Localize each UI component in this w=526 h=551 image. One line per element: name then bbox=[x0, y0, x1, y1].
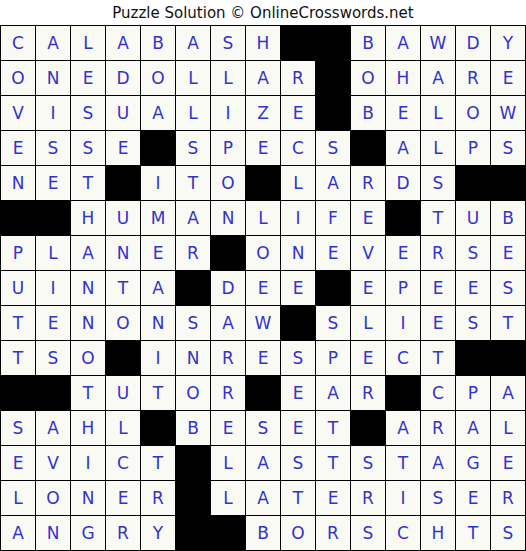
black-cell-r6c12 bbox=[386, 201, 420, 235]
letter-cell-r12c6: B bbox=[176, 411, 210, 445]
letter-cell-r9c11: L bbox=[351, 306, 385, 340]
letter-cell-r6c8: L bbox=[246, 201, 280, 235]
letter-cell-r15c1: A bbox=[1, 516, 35, 550]
letter-cell-r8c2: I bbox=[36, 271, 70, 305]
letter-cell-r7c4: N bbox=[106, 236, 140, 270]
letter-cell-r13c8: A bbox=[246, 446, 280, 480]
black-cell-r1c9 bbox=[281, 26, 315, 60]
letter-cell-r7c6: R bbox=[176, 236, 210, 270]
letter-cell-r11c7: R bbox=[211, 376, 245, 410]
letter-cell-r13c14: G bbox=[456, 446, 490, 480]
letter-cell-r13c5: T bbox=[141, 446, 175, 480]
letter-cell-r6c3: H bbox=[71, 201, 105, 235]
black-cell-r10c4 bbox=[106, 341, 140, 375]
letter-cell-r3c15: W bbox=[491, 96, 525, 130]
black-cell-r11c8 bbox=[246, 376, 280, 410]
letter-cell-r15c10: R bbox=[316, 516, 350, 550]
letter-cell-r15c5: Y bbox=[141, 516, 175, 550]
letter-cell-r2c11: O bbox=[351, 61, 385, 95]
letter-cell-r10c13: T bbox=[421, 341, 455, 375]
letter-cell-r10c9: S bbox=[281, 341, 315, 375]
letter-cell-r7c8: O bbox=[246, 236, 280, 270]
letter-cell-r11c11: R bbox=[351, 376, 385, 410]
letter-cell-r4c10: S bbox=[316, 131, 350, 165]
letter-cell-r9c2: E bbox=[36, 306, 70, 340]
letter-cell-r3c8: Z bbox=[246, 96, 280, 130]
letter-cell-r5c2: E bbox=[36, 166, 70, 200]
letter-cell-r14c10: E bbox=[316, 481, 350, 515]
letter-cell-r8c15: S bbox=[491, 271, 525, 305]
letter-cell-r13c4: C bbox=[106, 446, 140, 480]
letter-cell-r6c15: B bbox=[491, 201, 525, 235]
black-cell-r5c14 bbox=[456, 166, 490, 200]
letter-cell-r14c5: R bbox=[141, 481, 175, 515]
letter-cell-r10c2: S bbox=[36, 341, 70, 375]
letter-cell-r12c8: S bbox=[246, 411, 280, 445]
letter-cell-r12c12: A bbox=[386, 411, 420, 445]
black-cell-r9c9 bbox=[281, 306, 315, 340]
letter-cell-r12c15: L bbox=[491, 411, 525, 445]
letter-cell-r8c1: U bbox=[1, 271, 35, 305]
letter-cell-r1c7: S bbox=[211, 26, 245, 60]
letter-cell-r9c12: I bbox=[386, 306, 420, 340]
letter-cell-r7c11: V bbox=[351, 236, 385, 270]
crossword-grid: CALABASHBAWDYONEDOLLAROHAREVISUALIZEBELO… bbox=[0, 25, 526, 551]
letter-cell-r6c5: M bbox=[141, 201, 175, 235]
letter-cell-r7c13: R bbox=[421, 236, 455, 270]
letter-cell-r10c10: P bbox=[316, 341, 350, 375]
letter-cell-r5c1: N bbox=[1, 166, 35, 200]
letter-cell-r4c7: P bbox=[211, 131, 245, 165]
letter-cell-r7c9: N bbox=[281, 236, 315, 270]
letter-cell-r11c10: A bbox=[316, 376, 350, 410]
letter-cell-r10c5: I bbox=[141, 341, 175, 375]
letter-cell-r1c4: A bbox=[106, 26, 140, 60]
black-cell-r2c10 bbox=[316, 61, 350, 95]
letter-cell-r7c5: E bbox=[141, 236, 175, 270]
black-cell-r6c1 bbox=[1, 201, 35, 235]
letter-cell-r2c7: L bbox=[211, 61, 245, 95]
letter-cell-r10c1: T bbox=[1, 341, 35, 375]
letter-cell-r11c3: T bbox=[71, 376, 105, 410]
letter-cell-r15c4: R bbox=[106, 516, 140, 550]
letter-cell-r6c9: I bbox=[281, 201, 315, 235]
letter-cell-r4c15: S bbox=[491, 131, 525, 165]
letter-cell-r10c7: R bbox=[211, 341, 245, 375]
letter-cell-r4c13: L bbox=[421, 131, 455, 165]
letter-cell-r2c2: N bbox=[36, 61, 70, 95]
letter-cell-r1c12: A bbox=[386, 26, 420, 60]
letter-cell-r13c11: S bbox=[351, 446, 385, 480]
letter-cell-r13c15: E bbox=[491, 446, 525, 480]
letter-cell-r4c6: S bbox=[176, 131, 210, 165]
letter-cell-r5c9: L bbox=[281, 166, 315, 200]
black-cell-r14c6 bbox=[176, 481, 210, 515]
letter-cell-r11c13: C bbox=[421, 376, 455, 410]
letter-cell-r12c4: L bbox=[106, 411, 140, 445]
letter-cell-r4c1: E bbox=[1, 131, 35, 165]
letter-cell-r8c4: T bbox=[106, 271, 140, 305]
letter-cell-r4c9: C bbox=[281, 131, 315, 165]
letter-cell-r8c13: E bbox=[421, 271, 455, 305]
letter-cell-r15c12: C bbox=[386, 516, 420, 550]
black-cell-r4c5 bbox=[141, 131, 175, 165]
letter-cell-r12c2: A bbox=[36, 411, 70, 445]
black-cell-r5c8 bbox=[246, 166, 280, 200]
letter-cell-r14c13: S bbox=[421, 481, 455, 515]
letter-cell-r8c12: P bbox=[386, 271, 420, 305]
letter-cell-r3c3: S bbox=[71, 96, 105, 130]
letter-cell-r9c15: T bbox=[491, 306, 525, 340]
letter-cell-r15c14: T bbox=[456, 516, 490, 550]
letter-cell-r1c3: L bbox=[71, 26, 105, 60]
letter-cell-r11c9: E bbox=[281, 376, 315, 410]
letter-cell-r8c5: A bbox=[141, 271, 175, 305]
letter-cell-r9c5: N bbox=[141, 306, 175, 340]
letter-cell-r13c10: T bbox=[316, 446, 350, 480]
letter-cell-r14c11: R bbox=[351, 481, 385, 515]
letter-cell-r6c7: N bbox=[211, 201, 245, 235]
letter-cell-r7c10: E bbox=[316, 236, 350, 270]
letter-cell-r14c15: R bbox=[491, 481, 525, 515]
black-cell-r15c7 bbox=[211, 516, 245, 550]
letter-cell-r14c7: L bbox=[211, 481, 245, 515]
letter-cell-r12c7: E bbox=[211, 411, 245, 445]
letter-cell-r9c8: W bbox=[246, 306, 280, 340]
letter-cell-r2c5: O bbox=[141, 61, 175, 95]
letter-cell-r14c3: N bbox=[71, 481, 105, 515]
black-cell-r11c12 bbox=[386, 376, 420, 410]
letter-cell-r11c6: O bbox=[176, 376, 210, 410]
letter-cell-r14c1: L bbox=[1, 481, 35, 515]
letter-cell-r4c3: S bbox=[71, 131, 105, 165]
black-cell-r4c11 bbox=[351, 131, 385, 165]
letter-cell-r2c12: H bbox=[386, 61, 420, 95]
letter-cell-r11c15: A bbox=[491, 376, 525, 410]
letter-cell-r15c3: G bbox=[71, 516, 105, 550]
letter-cell-r5c12: D bbox=[386, 166, 420, 200]
page-title: Puzzle Solution © OnlineCrosswords.net bbox=[0, 0, 526, 25]
letter-cell-r13c7: L bbox=[211, 446, 245, 480]
letter-cell-r6c10: F bbox=[316, 201, 350, 235]
letter-cell-r3c2: I bbox=[36, 96, 70, 130]
letter-cell-r15c15: S bbox=[491, 516, 525, 550]
black-cell-r7c7 bbox=[211, 236, 245, 270]
letter-cell-r11c4: U bbox=[106, 376, 140, 410]
letter-cell-r15c2: N bbox=[36, 516, 70, 550]
letter-cell-r1c15: Y bbox=[491, 26, 525, 60]
letter-cell-r7c1: P bbox=[1, 236, 35, 270]
letter-cell-r8c7: D bbox=[211, 271, 245, 305]
letter-cell-r6c6: A bbox=[176, 201, 210, 235]
letter-cell-r3c13: L bbox=[421, 96, 455, 130]
black-cell-r5c15 bbox=[491, 166, 525, 200]
letter-cell-r2c8: A bbox=[246, 61, 280, 95]
black-cell-r12c5 bbox=[141, 411, 175, 445]
letter-cell-r1c13: W bbox=[421, 26, 455, 60]
letter-cell-r14c4: E bbox=[106, 481, 140, 515]
letter-cell-r3c14: O bbox=[456, 96, 490, 130]
black-cell-r13c6 bbox=[176, 446, 210, 480]
letter-cell-r9c3: N bbox=[71, 306, 105, 340]
letter-cell-r14c9: T bbox=[281, 481, 315, 515]
black-cell-r6c2 bbox=[36, 201, 70, 235]
black-cell-r12c11 bbox=[351, 411, 385, 445]
letter-cell-r3c6: L bbox=[176, 96, 210, 130]
letter-cell-r14c2: O bbox=[36, 481, 70, 515]
black-cell-r11c1 bbox=[1, 376, 35, 410]
letter-cell-r2c13: A bbox=[421, 61, 455, 95]
black-cell-r11c2 bbox=[36, 376, 70, 410]
letter-cell-r6c13: T bbox=[421, 201, 455, 235]
letter-cell-r13c1: E bbox=[1, 446, 35, 480]
letter-cell-r10c6: N bbox=[176, 341, 210, 375]
letter-cell-r15c9: O bbox=[281, 516, 315, 550]
letter-cell-r10c12: C bbox=[386, 341, 420, 375]
letter-cell-r8c9: E bbox=[281, 271, 315, 305]
letter-cell-r1c1: C bbox=[1, 26, 35, 60]
letter-cell-r5c7: O bbox=[211, 166, 245, 200]
letter-cell-r4c14: P bbox=[456, 131, 490, 165]
letter-cell-r9c6: S bbox=[176, 306, 210, 340]
black-cell-r8c10 bbox=[316, 271, 350, 305]
letter-cell-r4c2: S bbox=[36, 131, 70, 165]
letter-cell-r1c14: D bbox=[456, 26, 490, 60]
letter-cell-r10c3: O bbox=[71, 341, 105, 375]
letter-cell-r14c14: E bbox=[456, 481, 490, 515]
letter-cell-r13c9: S bbox=[281, 446, 315, 480]
letter-cell-r8c11: E bbox=[351, 271, 385, 305]
letter-cell-r14c12: I bbox=[386, 481, 420, 515]
letter-cell-r12c10: T bbox=[316, 411, 350, 445]
letter-cell-r13c2: V bbox=[36, 446, 70, 480]
letter-cell-r1c11: B bbox=[351, 26, 385, 60]
letter-cell-r9c13: E bbox=[421, 306, 455, 340]
letter-cell-r9c4: O bbox=[106, 306, 140, 340]
letter-cell-r2c1: O bbox=[1, 61, 35, 95]
letter-cell-r12c3: H bbox=[71, 411, 105, 445]
letter-cell-r5c5: I bbox=[141, 166, 175, 200]
black-cell-r8c6 bbox=[176, 271, 210, 305]
letter-cell-r13c12: T bbox=[386, 446, 420, 480]
letter-cell-r2c15: E bbox=[491, 61, 525, 95]
letter-cell-r5c13: S bbox=[421, 166, 455, 200]
letter-cell-r4c8: E bbox=[246, 131, 280, 165]
letter-cell-r8c3: N bbox=[71, 271, 105, 305]
letter-cell-r12c13: R bbox=[421, 411, 455, 445]
letter-cell-r3c7: I bbox=[211, 96, 245, 130]
black-cell-r15c6 bbox=[176, 516, 210, 550]
letter-cell-r2c9: R bbox=[281, 61, 315, 95]
black-cell-r10c14 bbox=[456, 341, 490, 375]
letter-cell-r6c4: U bbox=[106, 201, 140, 235]
letter-cell-r12c1: S bbox=[1, 411, 35, 445]
letter-cell-r7c12: E bbox=[386, 236, 420, 270]
letter-cell-r4c4: E bbox=[106, 131, 140, 165]
black-cell-r1c10 bbox=[316, 26, 350, 60]
letter-cell-r12c14: A bbox=[456, 411, 490, 445]
letter-cell-r5c6: T bbox=[176, 166, 210, 200]
black-cell-r10c15 bbox=[491, 341, 525, 375]
letter-cell-r1c2: A bbox=[36, 26, 70, 60]
letter-cell-r15c8: B bbox=[246, 516, 280, 550]
letter-cell-r9c7: A bbox=[211, 306, 245, 340]
letter-cell-r6c11: E bbox=[351, 201, 385, 235]
letter-cell-r5c3: T bbox=[71, 166, 105, 200]
letter-cell-r3c9: E bbox=[281, 96, 315, 130]
letter-cell-r10c11: E bbox=[351, 341, 385, 375]
letter-cell-r11c14: P bbox=[456, 376, 490, 410]
letter-cell-r8c14: E bbox=[456, 271, 490, 305]
letter-cell-r8c8: E bbox=[246, 271, 280, 305]
letter-cell-r1c8: H bbox=[246, 26, 280, 60]
letter-cell-r2c6: L bbox=[176, 61, 210, 95]
letter-cell-r7c14: S bbox=[456, 236, 490, 270]
letter-cell-r13c13: A bbox=[421, 446, 455, 480]
letter-cell-r1c5: B bbox=[141, 26, 175, 60]
letter-cell-r15c13: H bbox=[421, 516, 455, 550]
letter-cell-r13c3: I bbox=[71, 446, 105, 480]
letter-cell-r3c11: B bbox=[351, 96, 385, 130]
letter-cell-r3c12: E bbox=[386, 96, 420, 130]
letter-cell-r14c8: A bbox=[246, 481, 280, 515]
letter-cell-r5c11: R bbox=[351, 166, 385, 200]
letter-cell-r5c10: A bbox=[316, 166, 350, 200]
letter-cell-r7c3: A bbox=[71, 236, 105, 270]
letter-cell-r2c3: E bbox=[71, 61, 105, 95]
letter-cell-r2c14: R bbox=[456, 61, 490, 95]
black-cell-r5c4 bbox=[106, 166, 140, 200]
letter-cell-r3c5: A bbox=[141, 96, 175, 130]
letter-cell-r9c10: S bbox=[316, 306, 350, 340]
letter-cell-r10c8: E bbox=[246, 341, 280, 375]
letter-cell-r15c11: S bbox=[351, 516, 385, 550]
black-cell-r3c10 bbox=[316, 96, 350, 130]
letter-cell-r12c9: E bbox=[281, 411, 315, 445]
letter-cell-r2c4: D bbox=[106, 61, 140, 95]
letter-cell-r7c15: E bbox=[491, 236, 525, 270]
letter-cell-r6c14: U bbox=[456, 201, 490, 235]
letter-cell-r4c12: A bbox=[386, 131, 420, 165]
letter-cell-r1c6: A bbox=[176, 26, 210, 60]
letter-cell-r3c4: U bbox=[106, 96, 140, 130]
letter-cell-r9c1: T bbox=[1, 306, 35, 340]
letter-cell-r9c14: S bbox=[456, 306, 490, 340]
letter-cell-r7c2: L bbox=[36, 236, 70, 270]
letter-cell-r3c1: V bbox=[1, 96, 35, 130]
letter-cell-r11c5: T bbox=[141, 376, 175, 410]
